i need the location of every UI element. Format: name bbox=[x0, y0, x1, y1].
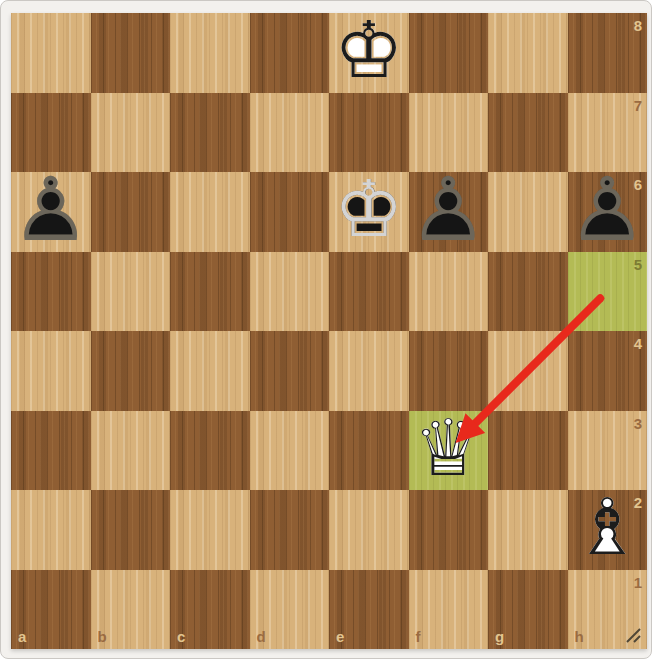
square-h2[interactable]: 2♝♗ bbox=[568, 490, 648, 570]
square-e7[interactable] bbox=[329, 93, 409, 173]
square-e3[interactable] bbox=[329, 411, 409, 491]
piece-glyph-fill: ♚ bbox=[329, 11, 409, 91]
square-e8[interactable]: ♚♔ bbox=[329, 13, 409, 93]
file-label-d: d bbox=[257, 629, 266, 644]
square-c4[interactable] bbox=[170, 331, 250, 411]
square-c5[interactable] bbox=[170, 252, 250, 332]
square-c1[interactable]: c bbox=[170, 570, 250, 650]
square-d2[interactable] bbox=[250, 490, 330, 570]
piece-glyph-outline: ♔ bbox=[329, 170, 409, 250]
piece-glyph-fill: ♚ bbox=[329, 170, 409, 250]
piece-glyph-fill: ♛ bbox=[409, 409, 489, 489]
square-h5[interactable]: 5 bbox=[568, 252, 648, 332]
file-label-a: a bbox=[18, 629, 26, 644]
piece-glyph-outline: ♙ bbox=[11, 170, 91, 250]
square-c8[interactable] bbox=[170, 13, 250, 93]
square-e1[interactable]: e bbox=[329, 570, 409, 650]
piece-black-pawn[interactable]: ♟♙ bbox=[409, 172, 489, 252]
square-g5[interactable] bbox=[488, 252, 568, 332]
piece-white-queen[interactable]: ♛♕ bbox=[409, 411, 489, 491]
square-a4[interactable] bbox=[11, 331, 91, 411]
square-d3[interactable] bbox=[250, 411, 330, 491]
file-label-h: h bbox=[575, 629, 584, 644]
square-e4[interactable] bbox=[329, 331, 409, 411]
square-d7[interactable] bbox=[250, 93, 330, 173]
piece-glyph-outline: ♙ bbox=[409, 170, 489, 250]
square-a7[interactable] bbox=[11, 93, 91, 173]
piece-glyph-fill: ♟ bbox=[409, 170, 489, 250]
rank-label-8: 8 bbox=[634, 18, 642, 33]
rank-label-3: 3 bbox=[634, 416, 642, 431]
square-f3[interactable]: ♛♕ bbox=[409, 411, 489, 491]
chess-board: ♚♔87♟♙♚♔♟♙6♟♙54♛♕32♝♗abcdefg1h bbox=[11, 13, 647, 649]
square-b5[interactable] bbox=[91, 252, 171, 332]
square-b2[interactable] bbox=[91, 490, 171, 570]
square-h8[interactable]: 8 bbox=[568, 13, 648, 93]
square-a1[interactable]: a bbox=[11, 570, 91, 650]
rank-label-7: 7 bbox=[634, 98, 642, 113]
square-b8[interactable] bbox=[91, 13, 171, 93]
square-f4[interactable] bbox=[409, 331, 489, 411]
square-d8[interactable] bbox=[250, 13, 330, 93]
square-g8[interactable] bbox=[488, 13, 568, 93]
square-g2[interactable] bbox=[488, 490, 568, 570]
square-g1[interactable]: g bbox=[488, 570, 568, 650]
square-c3[interactable] bbox=[170, 411, 250, 491]
square-b1[interactable]: b bbox=[91, 570, 171, 650]
board-panel: ♚♔87♟♙♚♔♟♙6♟♙54♛♕32♝♗abcdefg1h bbox=[0, 0, 652, 659]
resize-grip-icon[interactable] bbox=[624, 626, 642, 644]
file-label-g: g bbox=[495, 629, 504, 644]
piece-black-pawn[interactable]: ♟♙ bbox=[568, 172, 648, 252]
rank-label-4: 4 bbox=[634, 336, 642, 351]
square-b4[interactable] bbox=[91, 331, 171, 411]
square-f2[interactable] bbox=[409, 490, 489, 570]
square-h6[interactable]: 6♟♙ bbox=[568, 172, 648, 252]
square-c2[interactable] bbox=[170, 490, 250, 570]
piece-glyph-fill: ♟ bbox=[11, 170, 91, 250]
square-d1[interactable]: d bbox=[250, 570, 330, 650]
piece-glyph-outline: ♔ bbox=[329, 11, 409, 91]
square-f8[interactable] bbox=[409, 13, 489, 93]
rank-label-1: 1 bbox=[634, 575, 642, 590]
square-e6[interactable]: ♚♔ bbox=[329, 172, 409, 252]
piece-glyph-fill: ♝ bbox=[568, 488, 648, 568]
piece-black-pawn[interactable]: ♟♙ bbox=[11, 172, 91, 252]
square-f6[interactable]: ♟♙ bbox=[409, 172, 489, 252]
square-a6[interactable]: ♟♙ bbox=[11, 172, 91, 252]
square-b3[interactable] bbox=[91, 411, 171, 491]
square-a5[interactable] bbox=[11, 252, 91, 332]
piece-white-bishop[interactable]: ♝♗ bbox=[568, 490, 648, 570]
file-label-e: e bbox=[336, 629, 344, 644]
file-label-f: f bbox=[416, 629, 421, 644]
square-b6[interactable] bbox=[91, 172, 171, 252]
square-g3[interactable] bbox=[488, 411, 568, 491]
square-c7[interactable] bbox=[170, 93, 250, 173]
square-d4[interactable] bbox=[250, 331, 330, 411]
square-a2[interactable] bbox=[11, 490, 91, 570]
square-g4[interactable] bbox=[488, 331, 568, 411]
piece-glyph-outline: ♗ bbox=[568, 488, 648, 568]
square-f1[interactable]: f bbox=[409, 570, 489, 650]
piece-glyph-fill: ♟ bbox=[568, 170, 648, 250]
piece-black-king[interactable]: ♚♔ bbox=[329, 172, 409, 252]
square-g7[interactable] bbox=[488, 93, 568, 173]
square-g6[interactable] bbox=[488, 172, 568, 252]
square-h7[interactable]: 7 bbox=[568, 93, 648, 173]
square-f7[interactable] bbox=[409, 93, 489, 173]
square-d5[interactable] bbox=[250, 252, 330, 332]
square-a8[interactable] bbox=[11, 13, 91, 93]
square-c6[interactable] bbox=[170, 172, 250, 252]
square-a3[interactable] bbox=[11, 411, 91, 491]
square-b7[interactable] bbox=[91, 93, 171, 173]
square-h4[interactable]: 4 bbox=[568, 331, 648, 411]
piece-white-king[interactable]: ♚♔ bbox=[329, 13, 409, 93]
square-h3[interactable]: 3 bbox=[568, 411, 648, 491]
file-label-b: b bbox=[98, 629, 107, 644]
file-label-c: c bbox=[177, 629, 185, 644]
rank-label-5: 5 bbox=[634, 257, 642, 272]
square-e5[interactable] bbox=[329, 252, 409, 332]
piece-glyph-outline: ♕ bbox=[409, 409, 489, 489]
piece-glyph-outline: ♙ bbox=[568, 170, 648, 250]
square-d6[interactable] bbox=[250, 172, 330, 252]
square-f5[interactable] bbox=[409, 252, 489, 332]
square-e2[interactable] bbox=[329, 490, 409, 570]
